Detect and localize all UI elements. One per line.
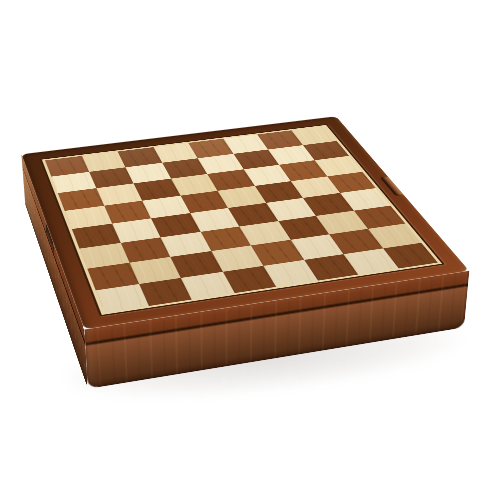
board-square — [72, 224, 120, 249]
board-square — [329, 229, 382, 254]
board-square — [316, 210, 368, 234]
board-square — [160, 232, 210, 257]
board-square — [151, 213, 200, 237]
board-square — [129, 257, 181, 284]
board-square — [211, 245, 263, 271]
board-square — [263, 260, 317, 287]
scene-3d — [0, 0, 480, 480]
board-square — [278, 216, 329, 240]
board-square — [181, 272, 235, 300]
board-square — [120, 237, 170, 263]
board-square — [367, 224, 421, 249]
board-square — [138, 278, 191, 306]
board-square — [222, 266, 276, 294]
board-square — [353, 205, 405, 228]
board-square — [200, 226, 251, 251]
product-photo — [0, 0, 480, 480]
board-square — [304, 254, 359, 281]
board-square — [112, 218, 161, 242]
board-square — [290, 234, 343, 259]
board-square — [65, 206, 112, 230]
board-square — [96, 284, 149, 313]
board-square — [87, 263, 138, 290]
board-square — [190, 208, 239, 232]
board-square — [79, 243, 129, 269]
board-square — [239, 221, 290, 246]
board-square — [343, 248, 398, 274]
board-square — [170, 251, 222, 278]
board-square — [251, 240, 304, 266]
board-square — [382, 243, 437, 269]
chess-box — [21, 116, 469, 329]
